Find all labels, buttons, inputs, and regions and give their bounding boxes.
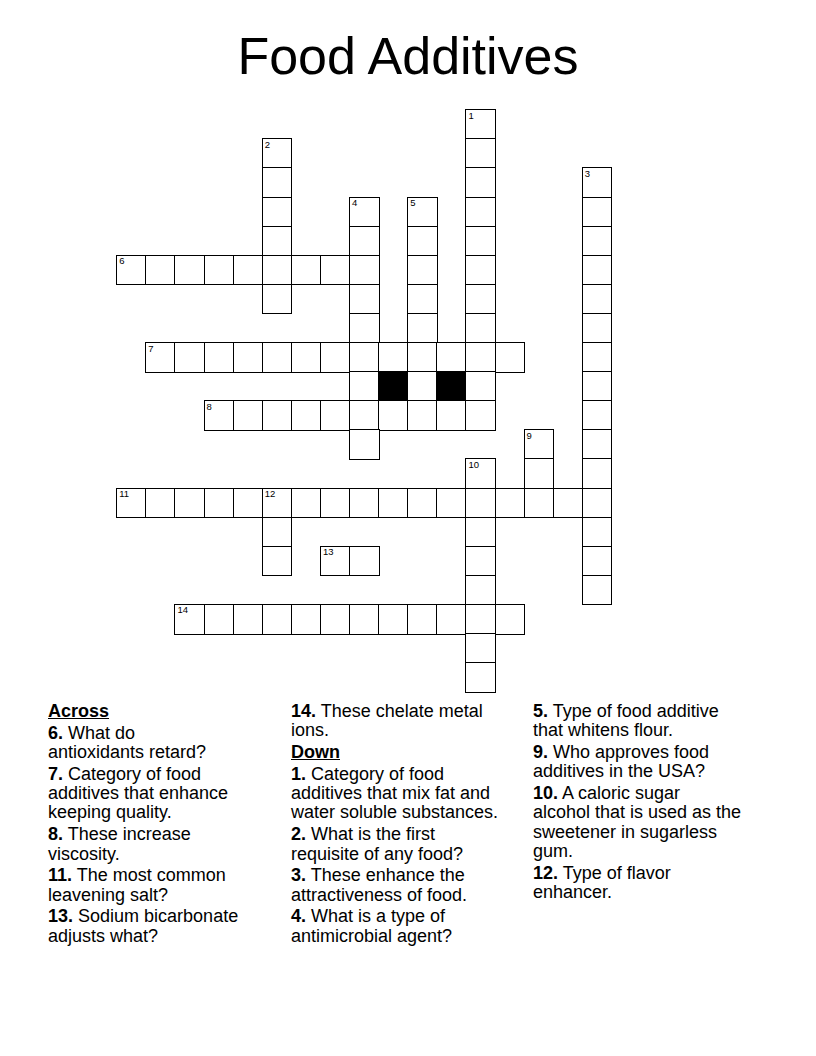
grid-cell[interactable] xyxy=(465,400,496,431)
clue-number-label: 11. xyxy=(48,865,72,885)
clue-text: Category of food additives that mix fat … xyxy=(291,764,498,823)
grid-cell[interactable] xyxy=(262,167,293,198)
cell-number: 2 xyxy=(265,140,270,150)
grid-cell[interactable] xyxy=(436,488,467,519)
grid-cell[interactable] xyxy=(582,284,613,315)
clue-number-label: 4. xyxy=(291,906,306,926)
grid-cell[interactable]: 7 xyxy=(145,342,176,373)
clue-column-1: Across6. What do antioxidants retard?7. … xyxy=(48,702,290,949)
clue-text: Who approves food additives in the USA? xyxy=(533,742,709,781)
clue-number-label: 6. xyxy=(48,723,63,743)
grid-cell[interactable] xyxy=(174,255,205,286)
grid-cell[interactable] xyxy=(524,458,555,489)
grid-cell[interactable] xyxy=(145,488,176,519)
grid-cell[interactable] xyxy=(407,255,438,286)
grid-cell[interactable] xyxy=(582,429,613,460)
grid-cell[interactable] xyxy=(233,400,264,431)
grid-cell[interactable] xyxy=(349,284,380,315)
clue-down-12: 12. Type of flavor enhancer. xyxy=(533,864,775,903)
grid-cell[interactable] xyxy=(349,255,380,286)
clue-text: What do antioxidants retard? xyxy=(48,723,206,762)
grid-cell[interactable] xyxy=(465,604,496,635)
grid-cell[interactable] xyxy=(262,342,293,373)
grid-cell[interactable] xyxy=(349,371,380,402)
clue-text: Category of food additives that enhance … xyxy=(48,764,228,823)
clue-across-13: 13. Sodium bicarbonate adjusts what? xyxy=(48,907,290,946)
clue-across-14: 14. These chelate metal ions. xyxy=(291,702,533,741)
grid-cell[interactable] xyxy=(204,342,235,373)
grid-cell[interactable] xyxy=(436,342,467,373)
grid-cell[interactable] xyxy=(495,488,526,519)
clue-number-label: 5. xyxy=(533,701,548,721)
grid-cell[interactable] xyxy=(465,488,496,519)
grid-cell[interactable] xyxy=(582,197,613,228)
grid-cell[interactable] xyxy=(465,662,496,693)
grid-cell[interactable] xyxy=(262,400,293,431)
grid-cell[interactable] xyxy=(145,255,176,286)
grid-cell[interactable]: 11 xyxy=(116,488,147,519)
grid-cell[interactable] xyxy=(407,226,438,257)
grid-cell[interactable] xyxy=(465,138,496,169)
grid-cell[interactable] xyxy=(233,342,264,373)
grid-cell[interactable] xyxy=(262,604,293,635)
clue-text: Type of food additive that whitens flour… xyxy=(533,701,719,740)
grid-cell[interactable] xyxy=(524,488,555,519)
grid-cell[interactable] xyxy=(174,488,205,519)
cell-number: 4 xyxy=(352,198,357,208)
grid-cell[interactable] xyxy=(582,342,613,373)
grid-cell[interactable] xyxy=(204,604,235,635)
grid-cell[interactable] xyxy=(378,342,409,373)
grid-cell[interactable] xyxy=(582,313,613,344)
grid-cell[interactable] xyxy=(465,342,496,373)
grid-cell[interactable] xyxy=(465,226,496,257)
grid-cell[interactable] xyxy=(378,488,409,519)
clue-column-2: 14. These chelate metal ions.Down1. Cate… xyxy=(291,702,533,949)
grid-cell[interactable] xyxy=(320,400,351,431)
grid-cell[interactable]: 2 xyxy=(262,138,293,169)
grid-cell[interactable] xyxy=(465,284,496,315)
grid-cell[interactable] xyxy=(582,458,613,489)
grid-cell[interactable] xyxy=(582,400,613,431)
grid-cell[interactable] xyxy=(378,604,409,635)
black-cell xyxy=(436,371,467,402)
cell-number: 12 xyxy=(265,489,276,499)
grid-cell[interactable] xyxy=(465,255,496,286)
clue-down-5: 5. Type of food additive that whitens fl… xyxy=(533,702,775,741)
grid-cell[interactable] xyxy=(291,400,322,431)
grid-cell[interactable] xyxy=(349,342,380,373)
cell-number: 9 xyxy=(527,431,532,441)
grid-cell[interactable]: 14 xyxy=(174,604,205,635)
clue-number-label: 8. xyxy=(48,824,63,844)
cell-number: 6 xyxy=(119,256,124,266)
across-header: Across xyxy=(48,702,290,721)
cell-number: 5 xyxy=(410,198,415,208)
clue-text: These enhance the attractiveness of food… xyxy=(291,865,467,904)
cell-number: 13 xyxy=(323,547,334,557)
grid-cell[interactable] xyxy=(582,226,613,257)
grid-cell[interactable]: 3 xyxy=(582,167,613,198)
clue-down-1: 1. Category of food additives that mix f… xyxy=(291,765,533,823)
grid-cell[interactable]: 4 xyxy=(349,197,380,228)
grid-cell[interactable] xyxy=(262,517,293,548)
clue-number-label: 2. xyxy=(291,824,306,844)
cell-number: 7 xyxy=(148,344,153,354)
crossword-grid: 1234567891011121314 xyxy=(117,110,614,694)
clue-column-3: 5. Type of food additive that whitens fl… xyxy=(533,702,775,905)
grid-cell[interactable] xyxy=(465,197,496,228)
grid-cell[interactable]: 9 xyxy=(524,429,555,460)
grid-cell[interactable] xyxy=(204,255,235,286)
grid-cell[interactable] xyxy=(436,400,467,431)
grid-cell[interactable] xyxy=(582,488,613,519)
clue-text: What is the first requisite of any food? xyxy=(291,824,463,863)
grid-cell[interactable]: 1 xyxy=(465,109,496,140)
grid-cell[interactable] xyxy=(465,167,496,198)
clue-down-3: 3. These enhance the attractiveness of f… xyxy=(291,866,533,905)
clue-number-label: 12. xyxy=(533,863,558,883)
grid-cell[interactable] xyxy=(495,342,526,373)
grid-cell[interactable] xyxy=(262,284,293,315)
grid-cell[interactable] xyxy=(407,400,438,431)
grid-cell[interactable] xyxy=(436,604,467,635)
grid-cell[interactable] xyxy=(349,313,380,344)
grid-cell[interactable] xyxy=(233,255,264,286)
grid-cell[interactable] xyxy=(349,604,380,635)
grid-cell[interactable] xyxy=(465,313,496,344)
grid-cell[interactable] xyxy=(204,488,235,519)
clue-text: The most common leavening salt? xyxy=(48,865,226,904)
grid-cell[interactable] xyxy=(262,546,293,577)
clue-number-label: 7. xyxy=(48,764,63,784)
grid-cell[interactable] xyxy=(320,488,351,519)
grid-cell[interactable]: 12 xyxy=(262,488,293,519)
clue-number-label: 3. xyxy=(291,865,306,885)
grid-cell[interactable] xyxy=(407,371,438,402)
grid-cell[interactable] xyxy=(349,429,380,460)
clue-number-label: 13. xyxy=(48,906,73,926)
grid-cell[interactable] xyxy=(465,633,496,664)
clue-text: These increase viscosity. xyxy=(48,824,191,863)
grid-cell[interactable]: 13 xyxy=(320,546,351,577)
clue-down-2: 2. What is the first requisite of any fo… xyxy=(291,825,533,864)
grid-cell[interactable]: 6 xyxy=(116,255,147,286)
grid-cell[interactable] xyxy=(465,517,496,548)
clue-text: These chelate metal ions. xyxy=(291,701,483,740)
cell-number: 14 xyxy=(177,605,188,615)
grid-cell[interactable] xyxy=(582,371,613,402)
grid-cell[interactable] xyxy=(262,255,293,286)
grid-cell[interactable] xyxy=(349,400,380,431)
grid-cell[interactable] xyxy=(582,575,613,606)
clue-number-label: 10. xyxy=(533,783,558,803)
grid-cell[interactable] xyxy=(407,313,438,344)
grid-cell[interactable] xyxy=(320,342,351,373)
clue-down-10: 10. A caloric sugar alcohol that is used… xyxy=(533,784,775,861)
clue-number-label: 9. xyxy=(533,742,548,762)
cell-number: 1 xyxy=(468,111,473,121)
grid-cell[interactable] xyxy=(233,488,264,519)
grid-cell[interactable] xyxy=(291,342,322,373)
clue-down-4: 4. What is a type of antimicrobial agent… xyxy=(291,907,533,946)
clue-across-6: 6. What do antioxidants retard? xyxy=(48,724,290,763)
grid-cell[interactable] xyxy=(349,546,380,577)
clue-number-label: 1. xyxy=(291,764,306,784)
grid-cell[interactable]: 8 xyxy=(204,400,235,431)
grid-cell[interactable] xyxy=(465,575,496,606)
grid-cell[interactable] xyxy=(407,284,438,315)
down-header: Down xyxy=(291,743,533,762)
grid-cell[interactable] xyxy=(582,546,613,577)
clue-text: What is a type of antimicrobial agent? xyxy=(291,906,452,945)
cell-number: 3 xyxy=(585,169,590,179)
page-title: Food Additives xyxy=(0,26,816,86)
clue-across-8: 8. These increase viscosity. xyxy=(48,825,290,864)
grid-cell[interactable] xyxy=(553,488,584,519)
clue-text: Sodium bicarbonate adjusts what? xyxy=(48,906,238,945)
clue-across-11: 11. The most common leavening salt? xyxy=(48,866,290,905)
grid-cell[interactable] xyxy=(262,226,293,257)
grid-cell[interactable] xyxy=(495,604,526,635)
grid-cell[interactable] xyxy=(378,400,409,431)
black-cell xyxy=(378,371,409,402)
clue-number-label: 14. xyxy=(291,701,316,721)
grid-cell[interactable] xyxy=(407,604,438,635)
cell-number: 8 xyxy=(207,402,212,412)
grid-cell[interactable] xyxy=(320,255,351,286)
grid-cell[interactable] xyxy=(291,604,322,635)
grid-cell[interactable] xyxy=(291,488,322,519)
grid-cell[interactable] xyxy=(174,342,205,373)
grid-cell[interactable] xyxy=(465,371,496,402)
grid-cell[interactable] xyxy=(349,488,380,519)
grid-cell[interactable] xyxy=(349,226,380,257)
crossword-page: Food Additives 1234567891011121314 Acros… xyxy=(0,0,816,1056)
grid-cell[interactable] xyxy=(262,197,293,228)
cell-number: 11 xyxy=(119,489,129,499)
grid-cell[interactable] xyxy=(407,342,438,373)
grid-cell[interactable] xyxy=(233,604,264,635)
grid-cell[interactable] xyxy=(320,604,351,635)
clue-text: A caloric sugar alcohol that is used as … xyxy=(533,783,741,861)
grid-cell[interactable] xyxy=(465,546,496,577)
grid-cell[interactable] xyxy=(407,488,438,519)
clue-across-7: 7. Category of food additives that enhan… xyxy=(48,765,290,823)
cell-number: 10 xyxy=(468,460,479,470)
grid-cell[interactable]: 5 xyxy=(407,197,438,228)
clue-down-9: 9. Who approves food additives in the US… xyxy=(533,743,775,782)
grid-cell[interactable] xyxy=(582,517,613,548)
grid-cell[interactable]: 10 xyxy=(465,458,496,489)
grid-cell[interactable] xyxy=(582,255,613,286)
grid-cell[interactable] xyxy=(291,255,322,286)
